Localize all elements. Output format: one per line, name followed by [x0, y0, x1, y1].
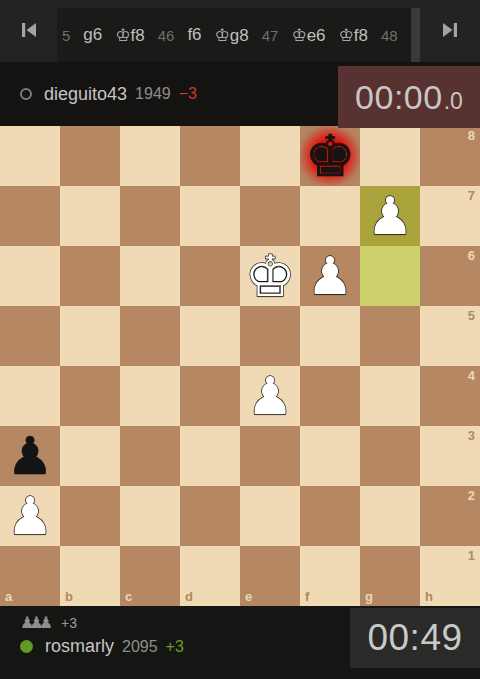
rank-label-6: 6: [468, 248, 475, 263]
white-pawn-g7[interactable]: ♟: [367, 190, 414, 242]
square-d5[interactable]: [180, 306, 240, 366]
square-h4[interactable]: 4: [420, 366, 480, 426]
game-screen: 5g6♔f846f6♔g847♔e6♔f848g7+1-0 dieguito43…: [0, 0, 480, 679]
square-h1[interactable]: 1h: [420, 546, 480, 606]
skip-back-icon: [19, 20, 39, 43]
bottom-player-name[interactable]: rosmarly: [45, 636, 114, 657]
square-c3[interactable]: [120, 426, 180, 486]
square-f3[interactable]: [300, 426, 360, 486]
square-b3[interactable]: [60, 426, 120, 486]
square-a2[interactable]: ♟: [0, 486, 60, 546]
file-label-c: c: [125, 589, 132, 604]
square-e2[interactable]: [240, 486, 300, 546]
move-number: 48: [381, 27, 398, 44]
rank-label-2: 2: [468, 488, 475, 503]
square-e1[interactable]: e: [240, 546, 300, 606]
move-token[interactable]: ♔e6: [291, 25, 325, 46]
square-a4[interactable]: [0, 366, 60, 426]
move-token[interactable]: g7+: [411, 8, 420, 62]
square-c7[interactable]: [120, 186, 180, 246]
square-c5[interactable]: [120, 306, 180, 366]
square-h5[interactable]: 5: [420, 306, 480, 366]
square-e7[interactable]: [240, 186, 300, 246]
rank-label-3: 3: [468, 428, 475, 443]
square-g7[interactable]: ♟: [360, 186, 420, 246]
square-e8[interactable]: [240, 126, 300, 186]
square-g6[interactable]: [360, 246, 420, 306]
rank-label-5: 5: [468, 308, 475, 323]
square-c1[interactable]: c: [120, 546, 180, 606]
move-bar: 5g6♔f846f6♔g847♔e6♔f848g7+1-0: [0, 0, 480, 62]
square-d7[interactable]: [180, 186, 240, 246]
square-g1[interactable]: g: [360, 546, 420, 606]
square-h7[interactable]: 7: [420, 186, 480, 246]
captured-pawns-icon: ♟♟♟: [20, 613, 53, 632]
square-f8[interactable]: ♚: [300, 126, 360, 186]
square-a7[interactable]: [0, 186, 60, 246]
square-f6[interactable]: ♟: [300, 246, 360, 306]
square-b1[interactable]: b: [60, 546, 120, 606]
square-c2[interactable]: [120, 486, 180, 546]
square-c6[interactable]: [120, 246, 180, 306]
rank-label-8: 8: [468, 128, 475, 143]
square-f4[interactable]: [300, 366, 360, 426]
bottom-clock-time: 00:49: [367, 608, 462, 668]
move-token[interactable]: g6: [83, 25, 102, 45]
rank-label-4: 4: [468, 368, 475, 383]
move-token[interactable]: ♔f8: [115, 25, 144, 46]
square-c4[interactable]: [120, 366, 180, 426]
skip-to-end-button[interactable]: [420, 0, 480, 62]
white-pawn-a2[interactable]: ♟: [7, 490, 54, 542]
square-a6[interactable]: [0, 246, 60, 306]
white-pawn-e4[interactable]: ♟: [247, 370, 294, 422]
file-label-d: d: [185, 589, 193, 604]
file-label-h: h: [425, 589, 433, 604]
black-king-f8[interactable]: ♚: [304, 128, 355, 185]
white-pawn-f6[interactable]: ♟: [307, 250, 354, 302]
square-a1[interactable]: a: [0, 546, 60, 606]
move-token[interactable]: f6: [187, 25, 201, 45]
bottom-player-clock: 00:49: [350, 608, 480, 668]
top-player-rating-diff: −3: [179, 85, 197, 103]
skip-forward-icon: [440, 20, 460, 43]
white-king-e6[interactable]: ♚: [244, 248, 295, 305]
square-h2[interactable]: 2: [420, 486, 480, 546]
square-b6[interactable]: [60, 246, 120, 306]
move-number: 5: [62, 27, 70, 44]
square-f1[interactable]: f: [300, 546, 360, 606]
square-a5[interactable]: [0, 306, 60, 366]
file-label-g: g: [365, 589, 373, 604]
square-b4[interactable]: [60, 366, 120, 426]
rank-label-1: 1: [468, 548, 475, 563]
move-token[interactable]: ♔f8: [339, 25, 368, 46]
move-number: 47: [262, 27, 279, 44]
square-b7[interactable]: [60, 186, 120, 246]
top-clock-time: 00:00: [355, 66, 443, 128]
square-e6[interactable]: ♚: [240, 246, 300, 306]
top-player-bar: dieguito43 1949 −3 00:00 .0: [0, 62, 480, 126]
square-d8[interactable]: [180, 126, 240, 186]
square-d2[interactable]: [180, 486, 240, 546]
square-d6[interactable]: [180, 246, 240, 306]
file-label-b: b: [65, 589, 73, 604]
square-b2[interactable]: [60, 486, 120, 546]
square-a8[interactable]: [0, 126, 60, 186]
rank-label-7: 7: [468, 188, 475, 203]
file-label-a: a: [5, 589, 12, 604]
move-token[interactable]: ♔g8: [215, 25, 249, 46]
square-d4[interactable]: [180, 366, 240, 426]
square-g2[interactable]: [360, 486, 420, 546]
black-pawn-a3[interactable]: ♟: [7, 430, 54, 482]
move-list: 5g6♔f846f6♔g847♔e6♔f848g7+1-0: [57, 8, 420, 62]
square-h6[interactable]: 6: [420, 246, 480, 306]
square-f5[interactable]: [300, 306, 360, 366]
square-h3[interactable]: 3: [420, 426, 480, 486]
square-f2[interactable]: [300, 486, 360, 546]
square-a3[interactable]: ♟: [0, 426, 60, 486]
square-f7[interactable]: [300, 186, 360, 246]
square-d1[interactable]: d: [180, 546, 240, 606]
skip-to-start-button[interactable]: [0, 0, 57, 62]
square-g8[interactable]: [360, 126, 420, 186]
square-g4[interactable]: [360, 366, 420, 426]
square-h8[interactable]: 8: [420, 126, 480, 186]
square-g3[interactable]: [360, 426, 420, 486]
offline-status-icon: [20, 88, 32, 100]
bottom-player-bar: ♟♟♟ +3 rosmarly 2095 +3 00:49: [0, 606, 480, 679]
chess-board: ♚8♟7♚♟65♟4♟3♟2abcdefg1h: [0, 126, 480, 606]
bottom-player-rating-diff: +3: [166, 638, 184, 656]
square-e4[interactable]: ♟: [240, 366, 300, 426]
top-clock-tenths: .0: [444, 88, 463, 115]
file-label-e: e: [245, 589, 252, 604]
square-e5[interactable]: [240, 306, 300, 366]
top-player-name[interactable]: dieguito43: [44, 84, 127, 105]
move-number: 46: [158, 27, 175, 44]
square-e3[interactable]: [240, 426, 300, 486]
square-b8[interactable]: [60, 126, 120, 186]
square-g5[interactable]: [360, 306, 420, 366]
top-player-rating: 1949: [135, 85, 171, 103]
file-label-f: f: [305, 589, 309, 604]
material-advantage-value: +3: [61, 615, 77, 631]
online-status-icon: [20, 640, 33, 653]
square-d3[interactable]: [180, 426, 240, 486]
square-c8[interactable]: [120, 126, 180, 186]
bottom-player-rating: 2095: [122, 638, 158, 656]
square-b5[interactable]: [60, 306, 120, 366]
top-player-clock: 00:00 .0: [338, 66, 480, 128]
